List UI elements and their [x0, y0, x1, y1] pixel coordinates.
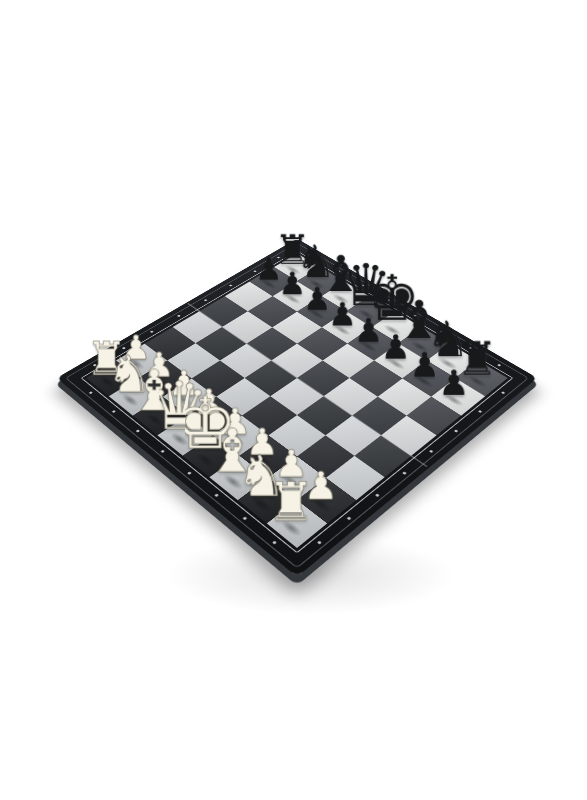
piece-white-rook-h1: ♜ [269, 421, 312, 528]
frame-rivet-dot [161, 450, 166, 453]
frame-rivet-dot [478, 410, 482, 413]
frame-rivet-dot [402, 471, 407, 475]
rook-icon: ♜ [267, 476, 315, 528]
frame-rivet-dot [243, 517, 248, 521]
frame-rivet-dot [88, 391, 92, 394]
frame-rivet-dot [454, 429, 458, 432]
frame-rivet-dot [136, 429, 140, 432]
frame-rivet-dot [347, 517, 352, 521]
frame-rivet-dot [501, 391, 505, 394]
frame-rivet-dot [112, 410, 116, 413]
product-photo: ♜♞♝♛♚♝♞♜♟♟♟♟♟♟♟♟♟♟♟♟♟♟♟♟♜♞♝♛♚♝♞♜ [0, 0, 587, 800]
frame-rivet-dot [317, 541, 322, 545]
frame-rivet-dot [272, 541, 277, 545]
frame-rivet-dot [214, 493, 219, 497]
piece-black-pawn-h7: ♟ [434, 306, 472, 400]
frame-rivet-dot [187, 471, 192, 475]
frame-rivet-dot [429, 450, 434, 453]
pawn-icon: ♟ [438, 366, 469, 400]
frame-rivet-dot [375, 493, 380, 497]
